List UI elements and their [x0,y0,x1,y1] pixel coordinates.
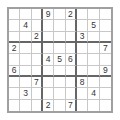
cell-r5c6[interactable]: 6 [66,54,77,65]
cell-r3c8[interactable] [88,32,99,43]
cell-r6c3[interactable] [32,66,43,77]
cell-r8c9[interactable] [100,88,111,99]
cell-r3c3[interactable]: 2 [32,32,43,43]
cell-r7c8[interactable] [88,77,99,88]
cell-r4c5[interactable] [54,43,65,54]
cell-r9c5[interactable] [54,100,65,111]
cell-r7c7[interactable]: 8 [77,77,88,88]
cell-r8c6[interactable] [66,88,77,99]
given-digit: 7 [68,101,73,110]
cell-r5c8[interactable] [88,54,99,65]
cell-r2c3[interactable] [32,20,43,31]
given-digit: 2 [34,32,39,41]
cell-r2c9[interactable] [100,20,111,31]
cell-r1c7[interactable] [77,9,88,20]
cell-r2c4[interactable] [43,20,54,31]
given-digit: 6 [12,66,17,75]
cell-r2c2[interactable]: 4 [20,20,31,31]
cell-r4c9[interactable]: 7 [100,43,111,54]
cell-r3c5[interactable] [54,32,65,43]
cell-r8c7[interactable] [77,88,88,99]
cell-r1c4[interactable]: 9 [43,9,54,20]
cell-r4c3[interactable] [32,43,43,54]
cell-r2c6[interactable] [66,20,77,31]
sudoku-board: 9245232745669783427 [7,7,113,113]
cell-r1c6[interactable]: 2 [66,9,77,20]
cell-r6c1[interactable]: 6 [9,66,20,77]
cell-r8c8[interactable]: 4 [88,88,99,99]
given-digit: 9 [103,66,108,75]
given-digit: 4 [23,21,28,30]
given-digit: 2 [68,10,73,19]
cell-r4c7[interactable] [77,43,88,54]
cell-r3c1[interactable] [9,32,20,43]
cell-r3c4[interactable] [43,32,54,43]
cell-r7c2[interactable] [20,77,31,88]
cell-r8c5[interactable] [54,88,65,99]
cell-r9c7[interactable] [77,100,88,111]
cell-r9c9[interactable] [100,100,111,111]
cell-r9c6[interactable]: 7 [66,100,77,111]
cell-r9c8[interactable] [88,100,99,111]
given-digit: 4 [91,89,96,98]
given-digit: 7 [34,78,39,87]
cell-r5c2[interactable] [20,54,31,65]
cell-r1c1[interactable] [9,9,20,20]
given-digit: 4 [46,55,51,64]
cell-r2c5[interactable] [54,20,65,31]
cell-r8c3[interactable] [32,88,43,99]
cell-r1c3[interactable] [32,9,43,20]
cell-r2c8[interactable]: 5 [88,20,99,31]
cell-r8c1[interactable] [9,88,20,99]
cell-r3c7[interactable]: 3 [77,32,88,43]
cell-r7c9[interactable] [100,77,111,88]
cell-r6c8[interactable] [88,66,99,77]
cell-r1c5[interactable] [54,9,65,20]
cell-r3c2[interactable] [20,32,31,43]
cell-r9c2[interactable] [20,100,31,111]
cell-r1c9[interactable] [100,9,111,20]
cell-r7c1[interactable] [9,77,20,88]
cell-r7c3[interactable]: 7 [32,77,43,88]
cell-r3c6[interactable] [66,32,77,43]
cell-r9c1[interactable] [9,100,20,111]
given-digit: 3 [80,32,85,41]
cell-r4c8[interactable] [88,43,99,54]
cell-r6c4[interactable] [43,66,54,77]
given-digit: 3 [23,89,28,98]
cell-r8c2[interactable]: 3 [20,88,31,99]
cell-r1c8[interactable] [88,9,99,20]
cell-r9c4[interactable]: 2 [43,100,54,111]
cell-r2c7[interactable] [77,20,88,31]
cell-r8c4[interactable] [43,88,54,99]
cell-r3c9[interactable] [100,32,111,43]
cell-r5c5[interactable]: 5 [54,54,65,65]
cell-r6c7[interactable] [77,66,88,77]
cell-r4c4[interactable] [43,43,54,54]
cell-r2c1[interactable] [9,20,20,31]
cell-r5c9[interactable] [100,54,111,65]
sudoku-app: 9245232745669783427 [0,0,120,120]
cell-r6c9[interactable]: 9 [100,66,111,77]
given-digit: 2 [12,44,17,53]
cell-r9c3[interactable] [32,100,43,111]
cell-r7c5[interactable] [54,77,65,88]
cell-r5c7[interactable] [77,54,88,65]
cell-r1c2[interactable] [20,9,31,20]
given-digit: 2 [46,101,51,110]
cell-r4c1[interactable]: 2 [9,43,20,54]
cell-r7c4[interactable] [43,77,54,88]
given-digit: 5 [91,21,96,30]
cell-r6c2[interactable] [20,66,31,77]
cell-r6c5[interactable] [54,66,65,77]
cell-r7c6[interactable] [66,77,77,88]
cell-r4c6[interactable] [66,43,77,54]
cell-r4c2[interactable] [20,43,31,54]
cell-r5c3[interactable] [32,54,43,65]
given-digit: 5 [57,55,62,64]
cell-r6c6[interactable] [66,66,77,77]
given-digit: 9 [46,10,51,19]
cell-r5c1[interactable] [9,54,20,65]
cell-r5c4[interactable]: 4 [43,54,54,65]
given-digit: 8 [80,78,85,87]
given-digit: 7 [103,44,108,53]
given-digit: 6 [68,55,73,64]
